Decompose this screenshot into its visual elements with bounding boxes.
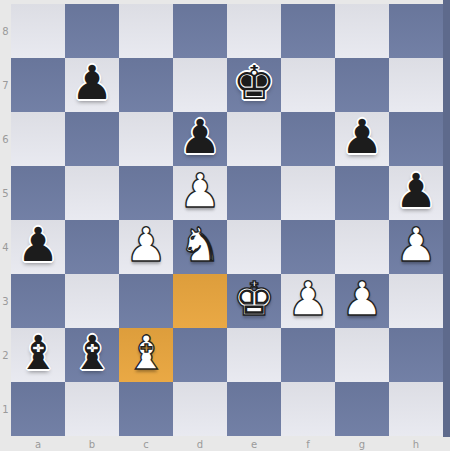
square-h8[interactable] — [389, 4, 443, 58]
square-a7[interactable] — [11, 58, 65, 112]
square-b2[interactable]: ♝ — [65, 328, 119, 382]
chess-board-screen: ♟♚♟♟♟♟♟♟♞♟♚♟♟♝♝♝ 87654321 abcdefgh — [0, 0, 450, 451]
square-b5[interactable] — [65, 166, 119, 220]
file-label-a: a — [11, 437, 65, 451]
square-a4[interactable]: ♟ — [11, 220, 65, 274]
piece-black-pawn[interactable]: ♟ — [179, 110, 221, 164]
square-f6[interactable] — [281, 112, 335, 166]
square-b7[interactable]: ♟ — [65, 58, 119, 112]
square-f5[interactable] — [281, 166, 335, 220]
piece-white-knight[interactable]: ♞ — [179, 218, 221, 272]
file-label-d: d — [173, 437, 227, 451]
square-f1[interactable] — [281, 382, 335, 436]
square-d1[interactable] — [173, 382, 227, 436]
piece-white-king[interactable]: ♚ — [233, 272, 275, 326]
square-g5[interactable] — [335, 166, 389, 220]
square-c5[interactable] — [119, 166, 173, 220]
piece-white-pawn[interactable]: ♟ — [179, 164, 221, 218]
square-d3[interactable] — [173, 274, 227, 328]
square-c6[interactable] — [119, 112, 173, 166]
square-h7[interactable] — [389, 58, 443, 112]
piece-white-pawn[interactable]: ♟ — [125, 218, 167, 272]
square-c7[interactable] — [119, 58, 173, 112]
square-b3[interactable] — [65, 274, 119, 328]
square-d5[interactable]: ♟ — [173, 166, 227, 220]
square-e8[interactable] — [227, 4, 281, 58]
rank-label-7: 7 — [0, 58, 11, 112]
right-edge-strip — [443, 0, 450, 437]
square-e1[interactable] — [227, 382, 281, 436]
square-e4[interactable] — [227, 220, 281, 274]
file-coordinates: abcdefgh — [11, 437, 443, 451]
square-g7[interactable] — [335, 58, 389, 112]
square-a2[interactable]: ♝ — [11, 328, 65, 382]
square-g1[interactable] — [335, 382, 389, 436]
piece-black-pawn[interactable]: ♟ — [395, 164, 437, 218]
rank-label-4: 4 — [0, 220, 11, 274]
square-g3[interactable]: ♟ — [335, 274, 389, 328]
square-g4[interactable] — [335, 220, 389, 274]
square-f7[interactable] — [281, 58, 335, 112]
piece-white-bishop[interactable]: ♝ — [125, 326, 167, 380]
square-a6[interactable] — [11, 112, 65, 166]
piece-white-pawn[interactable]: ♟ — [395, 218, 437, 272]
square-g6[interactable]: ♟ — [335, 112, 389, 166]
square-a5[interactable] — [11, 166, 65, 220]
square-h5[interactable]: ♟ — [389, 166, 443, 220]
piece-black-pawn[interactable]: ♟ — [71, 56, 113, 110]
square-c8[interactable] — [119, 4, 173, 58]
square-b4[interactable] — [65, 220, 119, 274]
square-d4[interactable]: ♞ — [173, 220, 227, 274]
piece-white-pawn[interactable]: ♟ — [341, 272, 383, 326]
square-d6[interactable]: ♟ — [173, 112, 227, 166]
rank-label-8: 8 — [0, 4, 11, 58]
rank-label-5: 5 — [0, 166, 11, 220]
square-e5[interactable] — [227, 166, 281, 220]
square-g8[interactable] — [335, 4, 389, 58]
square-c3[interactable] — [119, 274, 173, 328]
square-d7[interactable] — [173, 58, 227, 112]
square-h3[interactable] — [389, 274, 443, 328]
rank-coordinates: 87654321 — [0, 4, 11, 436]
square-e3[interactable]: ♚ — [227, 274, 281, 328]
file-label-c: c — [119, 437, 173, 451]
piece-black-bishop[interactable]: ♝ — [71, 326, 113, 380]
piece-black-pawn[interactable]: ♟ — [341, 110, 383, 164]
rank-label-2: 2 — [0, 328, 11, 382]
square-c2[interactable]: ♝ — [119, 328, 173, 382]
square-h2[interactable] — [389, 328, 443, 382]
square-f4[interactable] — [281, 220, 335, 274]
square-c1[interactable] — [119, 382, 173, 436]
square-h1[interactable] — [389, 382, 443, 436]
square-f2[interactable] — [281, 328, 335, 382]
rank-label-6: 6 — [0, 112, 11, 166]
piece-black-bishop[interactable]: ♝ — [17, 326, 59, 380]
chess-board: ♟♚♟♟♟♟♟♟♞♟♚♟♟♝♝♝ — [11, 4, 443, 436]
rank-label-3: 3 — [0, 274, 11, 328]
file-label-f: f — [281, 437, 335, 451]
square-d2[interactable] — [173, 328, 227, 382]
square-a8[interactable] — [11, 4, 65, 58]
square-e6[interactable] — [227, 112, 281, 166]
square-a3[interactable] — [11, 274, 65, 328]
square-h4[interactable]: ♟ — [389, 220, 443, 274]
piece-black-king[interactable]: ♚ — [233, 56, 275, 110]
square-b6[interactable] — [65, 112, 119, 166]
file-label-e: e — [227, 437, 281, 451]
square-c4[interactable]: ♟ — [119, 220, 173, 274]
square-f8[interactable] — [281, 4, 335, 58]
file-label-h: h — [389, 437, 443, 451]
square-f3[interactable]: ♟ — [281, 274, 335, 328]
square-h6[interactable] — [389, 112, 443, 166]
file-label-b: b — [65, 437, 119, 451]
piece-white-pawn[interactable]: ♟ — [287, 272, 329, 326]
rank-label-1: 1 — [0, 382, 11, 436]
square-d8[interactable] — [173, 4, 227, 58]
file-label-g: g — [335, 437, 389, 451]
piece-black-pawn[interactable]: ♟ — [17, 218, 59, 272]
square-b8[interactable] — [65, 4, 119, 58]
square-a1[interactable] — [11, 382, 65, 436]
square-e2[interactable] — [227, 328, 281, 382]
square-e7[interactable]: ♚ — [227, 58, 281, 112]
square-b1[interactable] — [65, 382, 119, 436]
square-g2[interactable] — [335, 328, 389, 382]
